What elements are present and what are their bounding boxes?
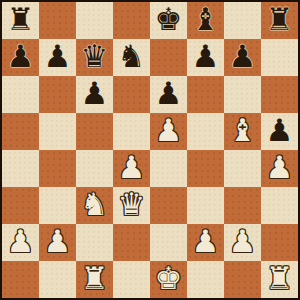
- piece-black-bishop[interactable]: ♝: [192, 4, 220, 35]
- square-c5[interactable]: [76, 113, 113, 150]
- piece-black-queen[interactable]: ♛: [81, 41, 109, 72]
- piece-white-king[interactable]: ♚: [155, 263, 183, 294]
- piece-black-pawn[interactable]: ♟: [7, 41, 35, 72]
- square-b5[interactable]: [39, 113, 76, 150]
- square-d6[interactable]: [113, 76, 150, 113]
- square-a1[interactable]: [2, 261, 39, 298]
- square-d2[interactable]: [113, 224, 150, 261]
- square-b3[interactable]: [39, 187, 76, 224]
- square-e3[interactable]: [150, 187, 187, 224]
- square-d4[interactable]: ♟: [113, 150, 150, 187]
- square-f1[interactable]: [187, 261, 224, 298]
- square-g5[interactable]: ♝: [224, 113, 261, 150]
- piece-white-pawn[interactable]: ♟: [192, 226, 220, 257]
- square-b6[interactable]: [39, 76, 76, 113]
- square-c8[interactable]: [76, 2, 113, 39]
- square-h3[interactable]: [261, 187, 298, 224]
- square-d7[interactable]: ♞: [113, 39, 150, 76]
- square-c1[interactable]: ♜: [76, 261, 113, 298]
- piece-black-pawn[interactable]: ♟: [229, 41, 257, 72]
- square-c7[interactable]: ♛: [76, 39, 113, 76]
- square-e7[interactable]: [150, 39, 187, 76]
- square-a5[interactable]: [2, 113, 39, 150]
- piece-black-king[interactable]: ♚: [155, 4, 183, 35]
- square-a4[interactable]: [2, 150, 39, 187]
- square-g1[interactable]: [224, 261, 261, 298]
- square-b4[interactable]: [39, 150, 76, 187]
- piece-white-pawn[interactable]: ♟: [266, 152, 294, 183]
- piece-white-pawn[interactable]: ♟: [229, 226, 257, 257]
- piece-black-pawn[interactable]: ♟: [266, 115, 294, 146]
- square-h4[interactable]: ♟: [261, 150, 298, 187]
- square-g8[interactable]: [224, 2, 261, 39]
- square-a7[interactable]: ♟: [2, 39, 39, 76]
- square-c2[interactable]: [76, 224, 113, 261]
- square-c4[interactable]: [76, 150, 113, 187]
- square-h7[interactable]: [261, 39, 298, 76]
- square-e8[interactable]: ♚: [150, 2, 187, 39]
- square-d8[interactable]: [113, 2, 150, 39]
- chess-board: ♜♚♝♜♟♟♛♞♟♟♟♟♟♝♟♟♟♞♛♟♟♟♟♜♚♜: [0, 0, 300, 300]
- square-f4[interactable]: [187, 150, 224, 187]
- square-e5[interactable]: ♟: [150, 113, 187, 150]
- square-g6[interactable]: [224, 76, 261, 113]
- square-f5[interactable]: [187, 113, 224, 150]
- piece-black-pawn[interactable]: ♟: [155, 78, 183, 109]
- piece-white-pawn[interactable]: ♟: [7, 226, 35, 257]
- piece-black-rook[interactable]: ♜: [7, 4, 35, 35]
- square-h1[interactable]: ♜: [261, 261, 298, 298]
- square-e4[interactable]: [150, 150, 187, 187]
- square-f2[interactable]: ♟: [187, 224, 224, 261]
- piece-white-rook[interactable]: ♜: [81, 263, 109, 294]
- square-e2[interactable]: [150, 224, 187, 261]
- piece-white-pawn[interactable]: ♟: [155, 115, 183, 146]
- piece-black-pawn[interactable]: ♟: [81, 78, 109, 109]
- square-a8[interactable]: ♜: [2, 2, 39, 39]
- piece-black-pawn[interactable]: ♟: [192, 41, 220, 72]
- square-b8[interactable]: [39, 2, 76, 39]
- square-g7[interactable]: ♟: [224, 39, 261, 76]
- square-g3[interactable]: [224, 187, 261, 224]
- square-f6[interactable]: [187, 76, 224, 113]
- square-b7[interactable]: ♟: [39, 39, 76, 76]
- square-c6[interactable]: ♟: [76, 76, 113, 113]
- square-b1[interactable]: [39, 261, 76, 298]
- square-a3[interactable]: [2, 187, 39, 224]
- square-a2[interactable]: ♟: [2, 224, 39, 261]
- piece-white-knight[interactable]: ♞: [81, 189, 109, 220]
- square-d5[interactable]: [113, 113, 150, 150]
- piece-black-rook[interactable]: ♜: [266, 4, 294, 35]
- square-d3[interactable]: ♛: [113, 187, 150, 224]
- square-f7[interactable]: ♟: [187, 39, 224, 76]
- piece-white-pawn[interactable]: ♟: [118, 152, 146, 183]
- square-d1[interactable]: [113, 261, 150, 298]
- piece-white-pawn[interactable]: ♟: [44, 226, 72, 257]
- square-e6[interactable]: ♟: [150, 76, 187, 113]
- piece-white-bishop[interactable]: ♝: [229, 115, 257, 146]
- square-b2[interactable]: ♟: [39, 224, 76, 261]
- square-f3[interactable]: [187, 187, 224, 224]
- piece-black-pawn[interactable]: ♟: [44, 41, 72, 72]
- square-g4[interactable]: [224, 150, 261, 187]
- square-f8[interactable]: ♝: [187, 2, 224, 39]
- square-h6[interactable]: [261, 76, 298, 113]
- square-g2[interactable]: ♟: [224, 224, 261, 261]
- square-h2[interactable]: [261, 224, 298, 261]
- square-a6[interactable]: [2, 76, 39, 113]
- square-e1[interactable]: ♚: [150, 261, 187, 298]
- square-h5[interactable]: ♟: [261, 113, 298, 150]
- piece-white-rook[interactable]: ♜: [266, 263, 294, 294]
- square-c3[interactable]: ♞: [76, 187, 113, 224]
- piece-black-knight[interactable]: ♞: [118, 41, 146, 72]
- square-h8[interactable]: ♜: [261, 2, 298, 39]
- piece-white-queen[interactable]: ♛: [118, 189, 146, 220]
